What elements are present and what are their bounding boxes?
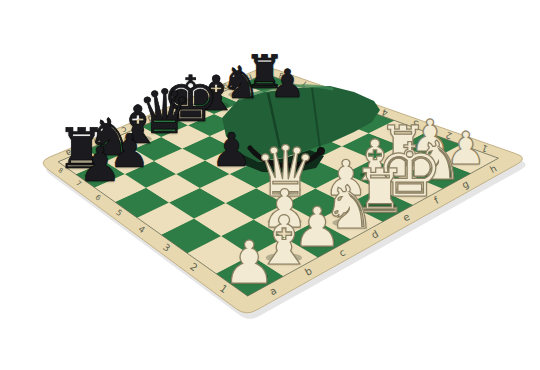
piece-black-pawn-h7[interactable]: ♟ [268, 64, 307, 103]
piece-black-pawn-d5[interactable]: ♟ [208, 127, 254, 173]
chess-set-product-photo: 11aa22bb33cc44dd55ee66ff77gg88hh ♜♟♞♝♚♛♝… [0, 0, 540, 370]
piece-white-pawn-a1[interactable]: ♟ [220, 233, 279, 292]
piece-black-pawn-a7[interactable]: ♟ [76, 140, 124, 188]
